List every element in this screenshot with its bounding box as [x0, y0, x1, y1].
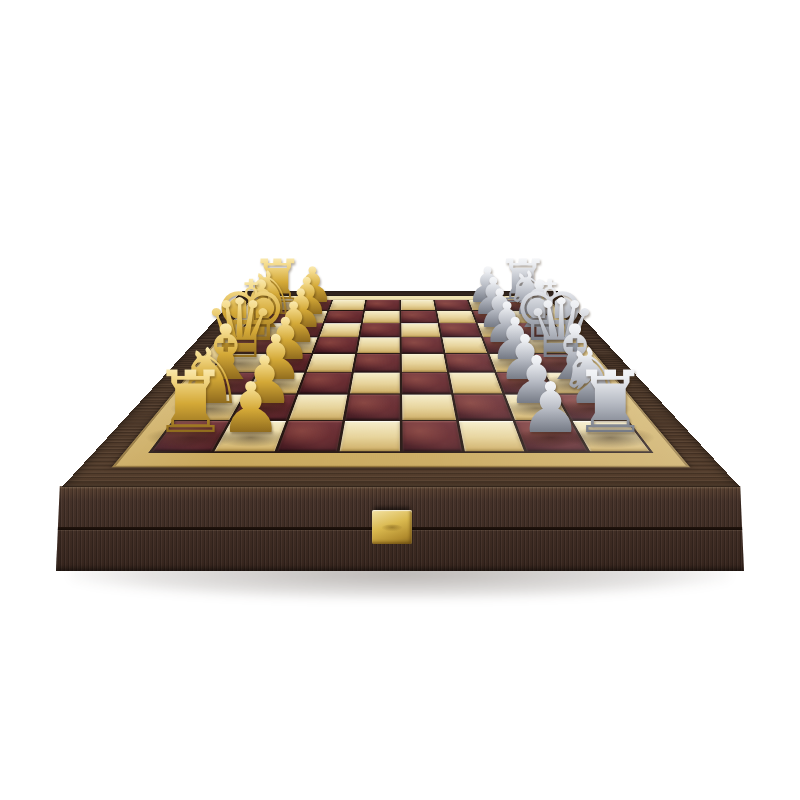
- rook-glyph: ♜: [572, 359, 649, 445]
- pieces-layer: ♜♞♝♛♚♝♞♜♟♟♟♟♟♟♟♟♟♟♟♟♟♟♟♟♜♞♝♛♚♝♞♜: [0, 0, 800, 800]
- chess-set-photo: ♜♞♝♛♚♝♞♜♟♟♟♟♟♟♟♟♟♟♟♟♟♟♟♟♜♞♝♛♚♝♞♜: [0, 0, 800, 800]
- silver-rook[interactable]: ♜: [572, 359, 649, 445]
- gold-rook[interactable]: ♜: [152, 359, 229, 445]
- gold-pawn[interactable]: ♟: [219, 373, 282, 443]
- pawn-glyph: ♟: [219, 373, 282, 443]
- rook-glyph: ♜: [152, 359, 229, 445]
